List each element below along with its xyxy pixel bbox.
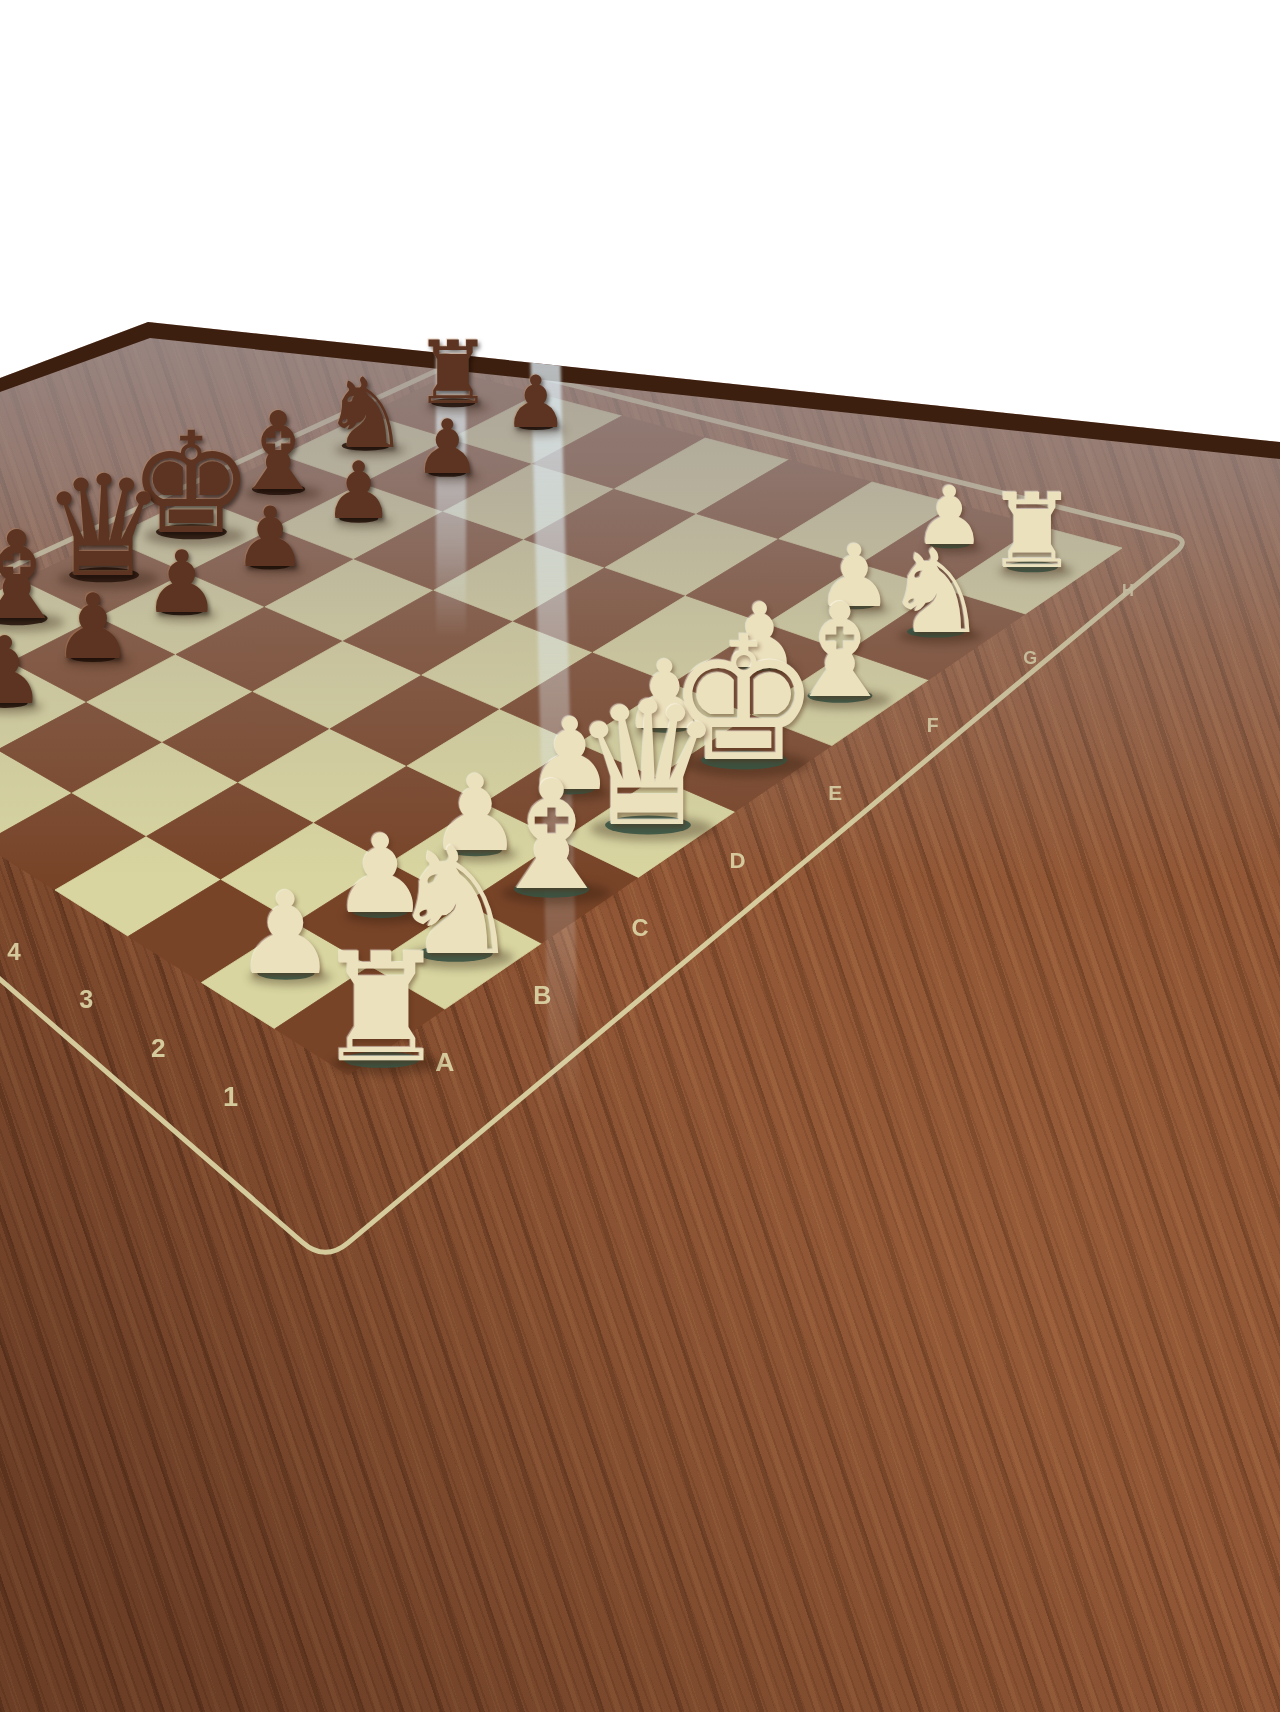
table-top: ABCDEFGH12345678 [0, 0, 1280, 1712]
glass-glare-streak [436, 328, 466, 638]
table-edge [0, 322, 1280, 459]
table-edge-layer [0, 0, 1280, 1712]
chess-table-photo: ABCDEFGH12345678 ♜♟♞♟♝♟♚♟♟♜♛♟♟♝♞♟♞♟♝♟♜♟♟… [0, 0, 1280, 1712]
